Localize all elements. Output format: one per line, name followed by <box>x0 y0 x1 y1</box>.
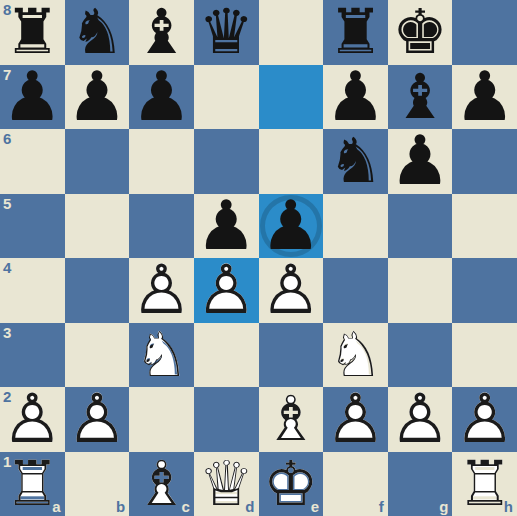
black-pawn[interactable]: ♟ <box>65 65 130 130</box>
white-pawn[interactable]: ♟♙ <box>323 387 388 452</box>
chess-board: ♜8♞♝♛♜♚♟7♟♟♟♝♟6♞♟5♟♟4♟♙♟♙♟♙3♞♘♞♘♟♙2♟♙♝♗♟… <box>0 0 517 516</box>
piece-glyph: ♟ <box>323 65 388 130</box>
square-h8[interactable] <box>452 0 517 65</box>
square-a6[interactable]: 6 <box>0 129 65 194</box>
square-d5[interactable]: ♟ <box>194 194 259 259</box>
square-g4[interactable] <box>388 258 453 323</box>
white-rook[interactable]: ♜♖ <box>452 452 517 516</box>
square-d1[interactable]: ♛♕d <box>194 452 259 516</box>
piece-glyph: ♟ <box>388 129 453 194</box>
square-a2[interactable]: ♟♙2 <box>0 387 65 452</box>
piece-glyph: ♟ <box>129 65 194 130</box>
white-pawn[interactable]: ♟♙ <box>194 258 259 323</box>
square-e7[interactable] <box>259 65 324 130</box>
piece-glyph: ♟ <box>259 194 324 259</box>
piece-outline-layer: ♗ <box>129 452 194 516</box>
white-king[interactable]: ♚♔ <box>259 452 324 516</box>
square-h2[interactable]: ♟♙ <box>452 387 517 452</box>
square-c1[interactable]: ♝♗c <box>129 452 194 516</box>
piece-glyph: ♟ <box>194 194 259 259</box>
piece-outline-layer: ♖ <box>0 452 65 516</box>
piece-glyph: ♟ <box>65 65 130 130</box>
white-knight[interactable]: ♞♘ <box>323 323 388 388</box>
square-d4[interactable]: ♟♙ <box>194 258 259 323</box>
white-pawn[interactable]: ♟♙ <box>388 387 453 452</box>
piece-glyph: ♜ <box>0 0 65 65</box>
piece-outline-layer: ♗ <box>259 387 324 452</box>
square-a5[interactable]: 5 <box>0 194 65 259</box>
piece-outline-layer: ♙ <box>194 258 259 323</box>
piece-outline-layer: ♙ <box>259 258 324 323</box>
piece-glyph: ♞ <box>65 0 130 65</box>
white-pawn[interactable]: ♟♙ <box>129 258 194 323</box>
file-label-b: b <box>116 499 125 515</box>
black-pawn[interactable]: ♟ <box>129 65 194 130</box>
square-f7[interactable]: ♟ <box>323 65 388 130</box>
square-f3[interactable]: ♞♘ <box>323 323 388 388</box>
square-a7[interactable]: ♟7 <box>0 65 65 130</box>
square-b4[interactable] <box>65 258 130 323</box>
square-g3[interactable] <box>388 323 453 388</box>
black-pawn[interactable]: ♟ <box>259 194 324 259</box>
square-e5[interactable]: ♟ <box>259 194 324 259</box>
white-pawn[interactable]: ♟♙ <box>65 387 130 452</box>
white-bishop[interactable]: ♝♗ <box>259 387 324 452</box>
black-knight[interactable]: ♞ <box>323 129 388 194</box>
square-f4[interactable] <box>323 258 388 323</box>
black-knight[interactable]: ♞ <box>65 0 130 65</box>
piece-outline-layer: ♙ <box>323 387 388 452</box>
piece-outline-layer: ♔ <box>259 452 324 516</box>
file-label-g: g <box>439 499 448 515</box>
square-e8[interactable] <box>259 0 324 65</box>
square-b6[interactable] <box>65 129 130 194</box>
black-pawn[interactable]: ♟ <box>388 129 453 194</box>
white-bishop[interactable]: ♝♗ <box>129 452 194 516</box>
white-pawn[interactable]: ♟♙ <box>0 387 65 452</box>
black-pawn[interactable]: ♟ <box>194 194 259 259</box>
black-pawn[interactable]: ♟ <box>323 65 388 130</box>
rank-label-5: 5 <box>3 196 11 212</box>
black-king[interactable]: ♚ <box>388 0 453 65</box>
black-pawn[interactable]: ♟ <box>452 65 517 130</box>
square-b5[interactable] <box>65 194 130 259</box>
square-g1[interactable]: g <box>388 452 453 516</box>
piece-glyph: ♟ <box>0 65 65 130</box>
square-c8[interactable]: ♝ <box>129 0 194 65</box>
square-b2[interactable]: ♟♙ <box>65 387 130 452</box>
white-queen[interactable]: ♛♕ <box>194 452 259 516</box>
square-h4[interactable] <box>452 258 517 323</box>
square-h1[interactable]: ♜♖h <box>452 452 517 516</box>
square-g5[interactable] <box>388 194 453 259</box>
black-pawn[interactable]: ♟ <box>0 65 65 130</box>
square-e2[interactable]: ♝♗ <box>259 387 324 452</box>
black-bishop[interactable]: ♝ <box>129 0 194 65</box>
square-a3[interactable]: 3 <box>0 323 65 388</box>
black-rook[interactable]: ♜ <box>0 0 65 65</box>
rank-label-3: 3 <box>3 325 11 341</box>
square-d6[interactable] <box>194 129 259 194</box>
black-rook[interactable]: ♜ <box>323 0 388 65</box>
square-c2[interactable] <box>129 387 194 452</box>
square-c4[interactable]: ♟♙ <box>129 258 194 323</box>
piece-outline-layer: ♘ <box>129 323 194 388</box>
square-e1[interactable]: ♚♔e <box>259 452 324 516</box>
square-c3[interactable]: ♞♘ <box>129 323 194 388</box>
piece-outline-layer: ♙ <box>0 387 65 452</box>
piece-outline-layer: ♕ <box>194 452 259 516</box>
square-d2[interactable] <box>194 387 259 452</box>
piece-outline-layer: ♘ <box>323 323 388 388</box>
square-g7[interactable]: ♝ <box>388 65 453 130</box>
white-knight[interactable]: ♞♘ <box>129 323 194 388</box>
piece-outline-layer: ♙ <box>129 258 194 323</box>
rank-label-6: 6 <box>3 131 11 147</box>
piece-glyph: ♚ <box>388 0 453 65</box>
piece-outline-layer: ♙ <box>452 387 517 452</box>
square-b1[interactable]: b <box>65 452 130 516</box>
white-rook[interactable]: ♜♖ <box>0 452 65 516</box>
square-f5[interactable] <box>323 194 388 259</box>
black-queen[interactable]: ♛ <box>194 0 259 65</box>
square-f8[interactable]: ♜ <box>323 0 388 65</box>
square-c5[interactable] <box>129 194 194 259</box>
square-b8[interactable]: ♞ <box>65 0 130 65</box>
square-d7[interactable] <box>194 65 259 130</box>
square-a8[interactable]: ♜8 <box>0 0 65 65</box>
piece-outline-layer: ♖ <box>452 452 517 516</box>
piece-glyph: ♞ <box>323 129 388 194</box>
square-h5[interactable] <box>452 194 517 259</box>
file-label-f: f <box>379 499 384 515</box>
square-d3[interactable] <box>194 323 259 388</box>
piece-outline-layer: ♙ <box>65 387 130 452</box>
square-a4[interactable]: 4 <box>0 258 65 323</box>
piece-glyph: ♛ <box>194 0 259 65</box>
square-e4[interactable]: ♟♙ <box>259 258 324 323</box>
square-a1[interactable]: ♜♖1a <box>0 452 65 516</box>
piece-glyph: ♝ <box>129 0 194 65</box>
square-h6[interactable] <box>452 129 517 194</box>
piece-glyph: ♟ <box>452 65 517 130</box>
white-pawn[interactable]: ♟♙ <box>259 258 324 323</box>
white-pawn[interactable]: ♟♙ <box>452 387 517 452</box>
square-f2[interactable]: ♟♙ <box>323 387 388 452</box>
square-d8[interactable]: ♛ <box>194 0 259 65</box>
square-b7[interactable]: ♟ <box>65 65 130 130</box>
square-f6[interactable]: ♞ <box>323 129 388 194</box>
square-c7[interactable]: ♟ <box>129 65 194 130</box>
piece-glyph: ♜ <box>323 0 388 65</box>
square-h3[interactable] <box>452 323 517 388</box>
square-g6[interactable]: ♟ <box>388 129 453 194</box>
rank-label-4: 4 <box>3 260 11 276</box>
square-c6[interactable] <box>129 129 194 194</box>
square-e3[interactable] <box>259 323 324 388</box>
square-g2[interactable]: ♟♙ <box>388 387 453 452</box>
square-f1[interactable]: f <box>323 452 388 516</box>
square-b3[interactable] <box>65 323 130 388</box>
square-h7[interactable]: ♟ <box>452 65 517 130</box>
square-g8[interactable]: ♚ <box>388 0 453 65</box>
black-bishop[interactable]: ♝ <box>388 65 453 130</box>
square-e6[interactable] <box>259 129 324 194</box>
piece-glyph: ♝ <box>388 65 453 130</box>
piece-outline-layer: ♙ <box>388 387 453 452</box>
